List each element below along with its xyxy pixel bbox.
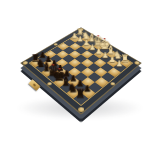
corner-ornament	[78, 107, 84, 112]
corner-ornament	[134, 61, 140, 64]
piece-black-pawn: ♟	[35, 52, 49, 60]
board-grid: ♜♞♝♛♚♝♞♜♟♟♟♟♟♟♟♟♟♟♟♟♟♟♟♟♜♞♝♛♚♝♞♜	[30, 32, 132, 104]
corner-ornament	[22, 61, 28, 64]
edge-ornament	[110, 82, 115, 85]
piece-black-rook: ♜	[28, 54, 42, 64]
product-photo-scene: ♜♞♝♛♚♝♞♜♟♟♟♟♟♟♟♟♟♟♟♟♟♟♟♟♜♞♝♛♚♝♞♜	[0, 0, 150, 150]
edge-ornament	[104, 43, 108, 45]
latch-pin	[33, 83, 37, 86]
corner-ornament	[79, 28, 83, 31]
edge-ornament	[47, 82, 52, 85]
